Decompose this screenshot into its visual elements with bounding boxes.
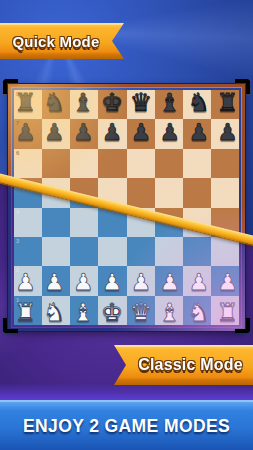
black-king-piece[interactable]: ♚ xyxy=(98,87,127,117)
empty-square xyxy=(40,208,69,238)
white-pawn-piece[interactable]: ♟ xyxy=(40,268,69,298)
white-pawn-piece[interactable]: ♟ xyxy=(155,268,184,298)
empty-square xyxy=(11,208,40,238)
white-pawn-piece[interactable]: ♟ xyxy=(184,268,213,298)
empty-square xyxy=(127,177,156,207)
empty-square xyxy=(184,147,213,177)
classic-mode-label: Classic Mode xyxy=(138,356,243,374)
black-pawn-piece[interactable]: ♟ xyxy=(40,117,69,147)
empty-square xyxy=(69,208,98,238)
classic-mode-banner[interactable]: Classic Mode xyxy=(114,345,253,385)
black-pawn-piece[interactable]: ♟ xyxy=(98,117,127,147)
black-pawn-piece[interactable]: ♟ xyxy=(155,117,184,147)
black-pawn-piece[interactable]: ♟ xyxy=(213,117,242,147)
empty-square xyxy=(213,177,242,207)
black-bishop-piece[interactable]: ♝ xyxy=(69,87,98,117)
white-pawn-piece[interactable]: ♟ xyxy=(213,268,242,298)
empty-square xyxy=(11,147,40,177)
black-knight-piece[interactable]: ♞ xyxy=(40,87,69,117)
white-pawn-piece[interactable]: ♟ xyxy=(98,268,127,298)
footer-bar: ENJOY 2 GAME MODES xyxy=(0,400,253,450)
empty-square xyxy=(69,238,98,268)
empty-square xyxy=(184,238,213,268)
black-pawn-piece[interactable]: ♟ xyxy=(11,117,40,147)
white-queen-piece[interactable]: ♛ xyxy=(127,298,156,328)
empty-square xyxy=(40,238,69,268)
empty-square xyxy=(98,147,127,177)
empty-square xyxy=(127,147,156,177)
empty-square xyxy=(127,238,156,268)
ad-screen: 87654321 87654321 ♜♞♝♚♛♝♞♜♟♟♟♟♟♟♟♟♟♟♟♟♟♟… xyxy=(0,0,253,450)
corner-bracket-top-right xyxy=(235,79,250,94)
quick-mode-label: Quick Mode xyxy=(12,33,99,50)
corner-bracket-top-left xyxy=(3,79,18,94)
black-pawn-piece[interactable]: ♟ xyxy=(184,117,213,147)
black-bishop-piece[interactable]: ♝ xyxy=(155,87,184,117)
tagline-label: ENJOY 2 GAME MODES xyxy=(23,416,230,437)
empty-square xyxy=(184,177,213,207)
empty-square xyxy=(155,147,184,177)
indigo-glow-band xyxy=(0,383,253,400)
black-queen-piece[interactable]: ♛ xyxy=(127,87,156,117)
white-king-piece[interactable]: ♚ xyxy=(98,298,127,328)
white-knight-piece[interactable]: ♞ xyxy=(184,298,213,328)
white-bishop-piece[interactable]: ♝ xyxy=(69,298,98,328)
black-pawn-piece[interactable]: ♟ xyxy=(69,117,98,147)
corner-bracket-bottom-left xyxy=(3,318,18,333)
corner-bracket-bottom-right xyxy=(235,318,250,333)
white-pawn-piece[interactable]: ♟ xyxy=(127,268,156,298)
empty-square xyxy=(40,147,69,177)
black-pawn-piece[interactable]: ♟ xyxy=(127,117,156,147)
empty-square xyxy=(155,177,184,207)
white-pawn-piece[interactable]: ♟ xyxy=(69,268,98,298)
empty-square xyxy=(98,238,127,268)
white-knight-piece[interactable]: ♞ xyxy=(40,298,69,328)
empty-square xyxy=(213,147,242,177)
empty-square xyxy=(69,147,98,177)
empty-square xyxy=(155,238,184,268)
black-knight-piece[interactable]: ♞ xyxy=(184,87,213,117)
white-bishop-piece[interactable]: ♝ xyxy=(155,298,184,328)
white-pawn-piece[interactable]: ♟ xyxy=(11,268,40,298)
empty-square xyxy=(11,238,40,268)
quick-mode-banner[interactable]: Quick Mode xyxy=(0,23,124,59)
